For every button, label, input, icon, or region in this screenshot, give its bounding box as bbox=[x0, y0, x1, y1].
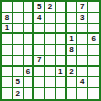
cell-r8c8-given-4[interactable]: 4 bbox=[77, 77, 88, 88]
cell-r2c5-empty[interactable] bbox=[45, 13, 56, 24]
cell-r2c4-given-4[interactable]: 4 bbox=[34, 13, 45, 24]
cell-r8c6-empty[interactable] bbox=[56, 77, 67, 88]
cell-r7c2-empty[interactable] bbox=[13, 67, 24, 78]
cell-r5c8-empty[interactable] bbox=[77, 45, 88, 56]
cell-r3c7-empty[interactable] bbox=[67, 24, 78, 35]
cell-r7c8-empty[interactable] bbox=[77, 67, 88, 78]
cell-r9c5-empty[interactable] bbox=[45, 88, 56, 99]
cell-r2c9-empty[interactable] bbox=[88, 13, 99, 24]
cell-r3c3-empty[interactable] bbox=[24, 24, 35, 35]
cell-r8c1-empty[interactable] bbox=[2, 77, 13, 88]
cell-r1c3-empty[interactable] bbox=[24, 2, 35, 13]
cell-r5c3-empty[interactable] bbox=[24, 45, 35, 56]
cell-r9c8-empty[interactable] bbox=[77, 88, 88, 99]
cell-r7c5-empty[interactable] bbox=[45, 67, 56, 78]
cell-r5c7-given-8[interactable]: 8 bbox=[67, 45, 78, 56]
cell-r3c6-empty[interactable] bbox=[56, 24, 67, 35]
cell-r3c4-empty[interactable] bbox=[34, 24, 45, 35]
cell-r2c6-empty[interactable] bbox=[56, 13, 67, 24]
cell-r3c5-empty[interactable] bbox=[45, 24, 56, 35]
cell-r1c9-empty[interactable] bbox=[88, 2, 99, 13]
sudoku-board: 52784311687612542 bbox=[0, 0, 101, 101]
cell-r6c5-empty[interactable] bbox=[45, 56, 56, 67]
cell-r9c4-empty[interactable] bbox=[34, 88, 45, 99]
cell-r9c7-empty[interactable] bbox=[67, 88, 78, 99]
cell-r7c6-given-1[interactable]: 1 bbox=[56, 67, 67, 78]
cell-r4c4-empty[interactable] bbox=[34, 34, 45, 45]
cell-r1c1-empty[interactable] bbox=[2, 2, 13, 13]
cell-r3c1-given-1[interactable]: 1 bbox=[2, 24, 13, 35]
cell-r7c7-given-2[interactable]: 2 bbox=[67, 67, 78, 78]
cell-r2c7-empty[interactable] bbox=[67, 13, 78, 24]
cell-r9c3-empty[interactable] bbox=[24, 88, 35, 99]
cell-r4c2-empty[interactable] bbox=[13, 34, 24, 45]
cell-r2c2-empty[interactable] bbox=[13, 13, 24, 24]
cell-r4c9-given-6[interactable]: 6 bbox=[88, 34, 99, 45]
cell-r5c1-empty[interactable] bbox=[2, 45, 13, 56]
cell-r2c3-empty[interactable] bbox=[24, 13, 35, 24]
cell-r8c5-empty[interactable] bbox=[45, 77, 56, 88]
cell-r8c2-given-5[interactable]: 5 bbox=[13, 77, 24, 88]
cell-r8c9-empty[interactable] bbox=[88, 77, 99, 88]
cell-r9c1-empty[interactable] bbox=[2, 88, 13, 99]
cell-r8c4-empty[interactable] bbox=[34, 77, 45, 88]
cell-r6c8-empty[interactable] bbox=[77, 56, 88, 67]
cell-r4c8-empty[interactable] bbox=[77, 34, 88, 45]
cell-r8c7-empty[interactable] bbox=[67, 77, 78, 88]
cell-r6c6-empty[interactable] bbox=[56, 56, 67, 67]
cell-r5c9-empty[interactable] bbox=[88, 45, 99, 56]
cell-r1c8-given-7[interactable]: 7 bbox=[77, 2, 88, 13]
cell-r7c1-empty[interactable] bbox=[2, 67, 13, 78]
cell-r1c6-empty[interactable] bbox=[56, 2, 67, 13]
cell-r5c5-empty[interactable] bbox=[45, 45, 56, 56]
cell-r1c5-given-2[interactable]: 2 bbox=[45, 2, 56, 13]
cell-r4c3-empty[interactable] bbox=[24, 34, 35, 45]
cell-r8c3-empty[interactable] bbox=[24, 77, 35, 88]
cell-r3c8-empty[interactable] bbox=[77, 24, 88, 35]
cell-r2c1-given-8[interactable]: 8 bbox=[2, 13, 13, 24]
cell-r1c4-given-5[interactable]: 5 bbox=[34, 2, 45, 13]
cell-r7c3-given-6[interactable]: 6 bbox=[24, 67, 35, 78]
cell-r4c5-empty[interactable] bbox=[45, 34, 56, 45]
cell-r9c9-empty[interactable] bbox=[88, 88, 99, 99]
cell-r6c1-empty[interactable] bbox=[2, 56, 13, 67]
cell-r3c2-empty[interactable] bbox=[13, 24, 24, 35]
cell-r4c1-empty[interactable] bbox=[2, 34, 13, 45]
cell-r3c9-empty[interactable] bbox=[88, 24, 99, 35]
cell-r7c4-empty[interactable] bbox=[34, 67, 45, 78]
cell-r9c2-given-2[interactable]: 2 bbox=[13, 88, 24, 99]
cell-r5c2-empty[interactable] bbox=[13, 45, 24, 56]
cell-r4c7-given-1[interactable]: 1 bbox=[67, 34, 78, 45]
cell-r6c4-given-7[interactable]: 7 bbox=[34, 56, 45, 67]
cell-r4c6-empty[interactable] bbox=[56, 34, 67, 45]
cell-r1c2-empty[interactable] bbox=[13, 2, 24, 13]
cell-r1c7-empty[interactable] bbox=[67, 2, 78, 13]
cell-r6c2-empty[interactable] bbox=[13, 56, 24, 67]
cell-r9c6-empty[interactable] bbox=[56, 88, 67, 99]
cell-r5c6-empty[interactable] bbox=[56, 45, 67, 56]
cell-r7c9-empty[interactable] bbox=[88, 67, 99, 78]
cell-r5c4-empty[interactable] bbox=[34, 45, 45, 56]
cell-r6c9-empty[interactable] bbox=[88, 56, 99, 67]
cell-r6c3-empty[interactable] bbox=[24, 56, 35, 67]
cell-r2c8-given-3[interactable]: 3 bbox=[77, 13, 88, 24]
cell-r6c7-empty[interactable] bbox=[67, 56, 78, 67]
